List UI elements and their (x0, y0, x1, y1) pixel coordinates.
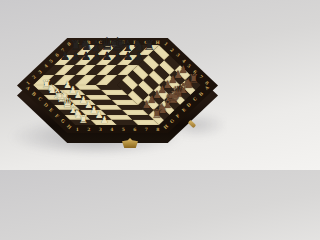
coord-label: 7 (145, 127, 148, 132)
piece-black-p[interactable]: ♟ (112, 51, 122, 62)
coord-label: 3 (99, 127, 102, 132)
cell-white-43[interactable] (112, 100, 138, 105)
piece-black-p[interactable]: ♟ (70, 51, 80, 62)
piece-black-r[interactable]: ♜ (143, 39, 155, 53)
cell-white-23[interactable] (122, 110, 148, 115)
piece-black-p[interactable]: ♟ (102, 51, 112, 62)
cell-white-13[interactable] (128, 115, 154, 120)
piece-black-p[interactable]: ♟ (133, 51, 143, 62)
piece-black-p[interactable]: ♟ (81, 51, 91, 62)
piece-black-p[interactable]: ♟ (60, 51, 70, 62)
coord-label: 6 (133, 127, 136, 132)
coord-label: 1 (76, 127, 79, 132)
cell-white-63[interactable] (101, 90, 127, 95)
piece-white-p[interactable]: ♟ (100, 115, 108, 124)
piece-brown-p[interactable]: ♟ (142, 100, 151, 110)
piece-black-p[interactable]: ♟ (123, 51, 133, 62)
piece-white-r[interactable]: ♜ (78, 114, 88, 125)
coord-label: 5 (122, 127, 125, 132)
coord-label: H (156, 39, 160, 44)
piece-brown-r[interactable]: ♜ (151, 108, 162, 120)
cell-white-73[interactable] (96, 85, 122, 90)
cell-white-33[interactable] (117, 105, 143, 110)
cell-white-53[interactable] (107, 95, 133, 100)
coord-label: 8 (156, 127, 159, 132)
coord-label: 2 (87, 127, 90, 132)
coord-label: 4 (110, 127, 113, 132)
piece-black-p[interactable]: ♟ (91, 51, 101, 62)
